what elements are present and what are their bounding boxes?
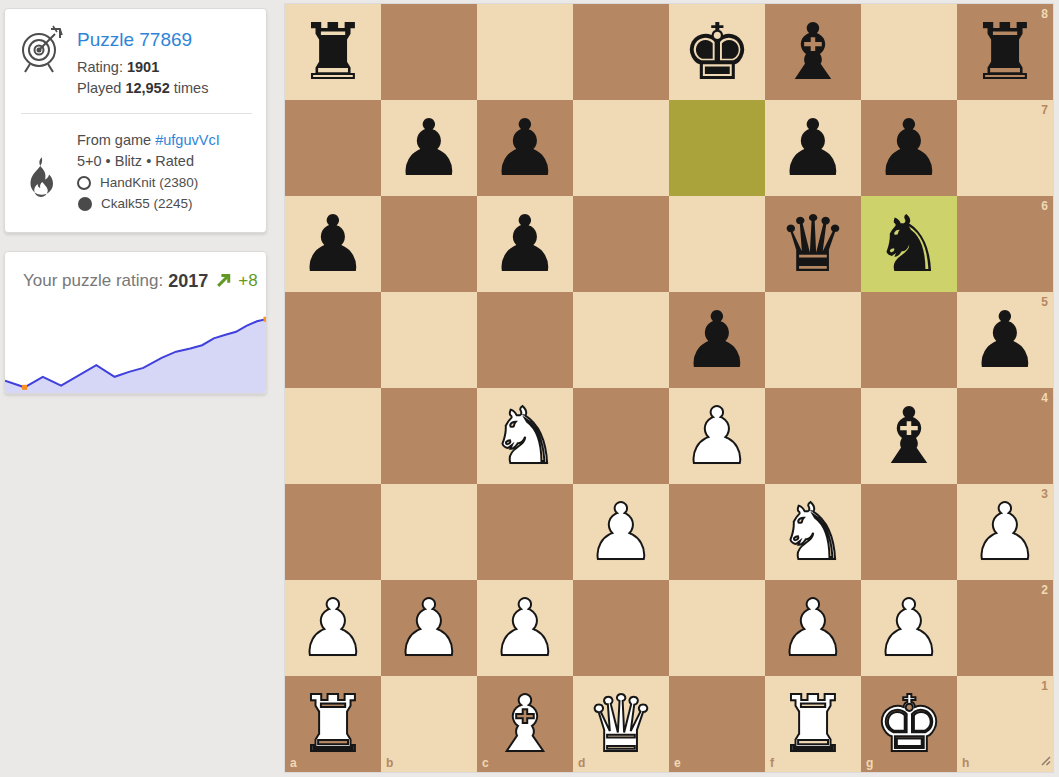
square-e4[interactable]: ♟ <box>669 388 765 484</box>
square-c8[interactable] <box>477 4 573 100</box>
rating-up-arrow-icon <box>216 271 233 293</box>
square-b3[interactable] <box>381 484 477 580</box>
square-b2[interactable]: ♟ <box>381 580 477 676</box>
rating-delta: +8 <box>238 271 257 291</box>
chess-board[interactable]: ♜♚♝♜8♟♟♟♟7♟♟♛♞6♟♟5♞♟♝4♟♞♟3♟♟♟♟♟2♜ab♝c♛de… <box>285 4 1053 772</box>
coord-file-g: g <box>866 756 873 770</box>
square-d6[interactable] <box>573 196 669 292</box>
square-f6[interactable]: ♛ <box>765 196 861 292</box>
piece-black-rook-a8[interactable]: ♜ <box>298 13 368 91</box>
puzzle-info-card: Puzzle 77869 Rating: 1901 Played 12,952 … <box>4 8 267 233</box>
piece-white-king-g1[interactable]: ♚ <box>874 685 944 763</box>
square-b4[interactable] <box>381 388 477 484</box>
square-e6[interactable] <box>669 196 765 292</box>
square-h1[interactable]: 1h <box>957 676 1053 772</box>
square-d2[interactable] <box>573 580 669 676</box>
piece-black-queen-f6[interactable]: ♛ <box>778 205 848 283</box>
square-a5[interactable] <box>285 292 381 388</box>
coord-rank-2: 2 <box>1041 583 1048 597</box>
square-c4[interactable]: ♞ <box>477 388 573 484</box>
square-b5[interactable] <box>381 292 477 388</box>
square-h7[interactable]: 7 <box>957 100 1053 196</box>
coord-rank-1: 1 <box>1041 679 1048 693</box>
your-rating-card: Your puzzle rating: 2017 +8 <box>4 251 267 394</box>
piece-black-pawn-c6[interactable]: ♟ <box>490 205 560 283</box>
square-f7[interactable]: ♟ <box>765 100 861 196</box>
square-g5[interactable] <box>861 292 957 388</box>
square-d7[interactable] <box>573 100 669 196</box>
square-h6[interactable]: 6 <box>957 196 1053 292</box>
piece-white-pawn-b2[interactable]: ♟ <box>394 589 464 667</box>
piece-black-knight-g6[interactable]: ♞ <box>874 205 944 283</box>
white-player-disc-icon <box>77 176 91 190</box>
puzzle-sidebar: Puzzle 77869 Rating: 1901 Played 12,952 … <box>4 8 267 394</box>
square-g7[interactable]: ♟ <box>861 100 957 196</box>
square-c2[interactable]: ♟ <box>477 580 573 676</box>
coord-rank-5: 5 <box>1041 295 1048 309</box>
piece-black-pawn-e5[interactable]: ♟ <box>682 301 752 379</box>
square-c1[interactable]: ♝c <box>477 676 573 772</box>
from-game-line: From game #ufguvVcI <box>77 130 258 151</box>
coord-rank-6: 6 <box>1041 199 1048 213</box>
square-f8[interactable]: ♝ <box>765 4 861 100</box>
piece-white-pawn-e4[interactable]: ♟ <box>682 397 752 475</box>
coord-file-d: d <box>578 756 585 770</box>
square-a7[interactable] <box>285 100 381 196</box>
puzzle-played-count: 12,952 <box>125 80 169 96</box>
square-f3[interactable]: ♞ <box>765 484 861 580</box>
puzzle-rating-line: Rating: 1901 <box>77 57 258 78</box>
puzzle-target-icon <box>18 23 64 79</box>
square-e8[interactable]: ♚ <box>669 4 765 100</box>
square-e3[interactable] <box>669 484 765 580</box>
your-rating-label: Your puzzle rating: <box>23 271 163 291</box>
game-link[interactable]: #ufguvVcI <box>155 132 220 148</box>
card-divider <box>21 113 252 114</box>
square-f2[interactable]: ♟ <box>765 580 861 676</box>
coord-rank-4: 4 <box>1041 391 1048 405</box>
coord-rank-7: 7 <box>1041 103 1048 117</box>
coord-rank-3: 3 <box>1041 487 1048 501</box>
square-a2[interactable]: ♟ <box>285 580 381 676</box>
rating-history-chart <box>5 312 266 393</box>
square-a6[interactable]: ♟ <box>285 196 381 292</box>
square-c6[interactable]: ♟ <box>477 196 573 292</box>
puzzle-played-line: Played 12,952 times <box>77 78 258 99</box>
player-row-white: HandKnit (2380) <box>77 172 258 193</box>
square-g1[interactable]: ♚g <box>861 676 957 772</box>
black-player-disc-icon <box>78 197 92 211</box>
piece-white-pawn-c2[interactable]: ♟ <box>490 589 560 667</box>
black-player-name: Ckalk55 (2245) <box>101 193 193 214</box>
puzzle-rating-value: 1901 <box>127 59 159 75</box>
square-d4[interactable] <box>573 388 669 484</box>
square-d5[interactable] <box>573 292 669 388</box>
square-e7[interactable] <box>669 100 765 196</box>
square-g6[interactable]: ♞ <box>861 196 957 292</box>
coord-rank-8: 8 <box>1041 7 1048 21</box>
piece-white-pawn-a2[interactable]: ♟ <box>298 589 368 667</box>
piece-white-bishop-c1[interactable]: ♝ <box>490 685 560 763</box>
piece-black-pawn-g7[interactable]: ♟ <box>874 109 944 187</box>
coord-file-h: h <box>962 756 969 770</box>
piece-black-bishop-f8[interactable]: ♝ <box>778 13 848 91</box>
square-e1[interactable]: e <box>669 676 765 772</box>
square-a8[interactable]: ♜ <box>285 4 381 100</box>
square-h4[interactable]: 4 <box>957 388 1053 484</box>
flame-icon <box>23 156 59 206</box>
piece-white-pawn-f2[interactable]: ♟ <box>778 589 848 667</box>
piece-black-pawn-h5[interactable]: ♟ <box>970 301 1040 379</box>
square-b1[interactable]: b <box>381 676 477 772</box>
coord-file-b: b <box>386 756 393 770</box>
square-h3[interactable]: ♟3 <box>957 484 1053 580</box>
your-rating-value: 2017 <box>168 271 208 292</box>
square-f4[interactable] <box>765 388 861 484</box>
piece-black-pawn-f7[interactable]: ♟ <box>778 109 848 187</box>
piece-white-rook-f1[interactable]: ♜ <box>778 685 848 763</box>
square-b7[interactable]: ♟ <box>381 100 477 196</box>
piece-black-pawn-a6[interactable]: ♟ <box>298 205 368 283</box>
piece-white-pawn-h3[interactable]: ♟ <box>970 493 1040 571</box>
square-c5[interactable] <box>477 292 573 388</box>
square-g2[interactable]: ♟ <box>861 580 957 676</box>
square-a3[interactable] <box>285 484 381 580</box>
white-player-name: HandKnit (2380) <box>100 172 198 193</box>
piece-black-bishop-g4[interactable]: ♝ <box>874 397 944 475</box>
square-e5[interactable]: ♟ <box>669 292 765 388</box>
coord-file-f: f <box>770 756 774 770</box>
square-g8[interactable] <box>861 4 957 100</box>
piece-black-king-e8[interactable]: ♚ <box>682 13 752 91</box>
square-h8[interactable]: ♜8 <box>957 4 1053 100</box>
square-d3[interactable]: ♟ <box>573 484 669 580</box>
piece-black-rook-h8[interactable]: ♜ <box>970 13 1040 91</box>
square-g3[interactable] <box>861 484 957 580</box>
square-g4[interactable]: ♝ <box>861 388 957 484</box>
game-meta: 5+0 • Blitz • Rated <box>77 151 258 172</box>
square-h2[interactable]: 2 <box>957 580 1053 676</box>
player-row-black: Ckalk55 (2245) <box>77 193 258 214</box>
board-resize-handle[interactable] <box>1038 752 1051 770</box>
puzzle-rating-label: Rating: <box>77 59 123 75</box>
coord-file-e: e <box>674 756 681 770</box>
coord-file-a: a <box>290 756 297 770</box>
square-c7[interactable]: ♟ <box>477 100 573 196</box>
piece-black-pawn-b7[interactable]: ♟ <box>394 109 464 187</box>
piece-white-queen-d1[interactable]: ♛ <box>586 685 656 763</box>
piece-white-pawn-d3[interactable]: ♟ <box>586 493 656 571</box>
piece-black-pawn-c7[interactable]: ♟ <box>490 109 560 187</box>
piece-white-pawn-g2[interactable]: ♟ <box>874 589 944 667</box>
square-a4[interactable] <box>285 388 381 484</box>
square-d8[interactable] <box>573 4 669 100</box>
piece-white-knight-c4[interactable]: ♞ <box>490 397 560 475</box>
square-a1[interactable]: ♜a <box>285 676 381 772</box>
piece-white-knight-f3[interactable]: ♞ <box>778 493 848 571</box>
square-f1[interactable]: ♜f <box>765 676 861 772</box>
puzzle-title-link[interactable]: Puzzle 77869 <box>77 29 192 51</box>
piece-white-rook-a1[interactable]: ♜ <box>298 685 368 763</box>
square-d1[interactable]: ♛d <box>573 676 669 772</box>
square-e2[interactable] <box>669 580 765 676</box>
square-c3[interactable] <box>477 484 573 580</box>
square-h5[interactable]: ♟5 <box>957 292 1053 388</box>
square-b6[interactable] <box>381 196 477 292</box>
square-b8[interactable] <box>381 4 477 100</box>
square-f5[interactable] <box>765 292 861 388</box>
coord-file-c: c <box>482 756 489 770</box>
